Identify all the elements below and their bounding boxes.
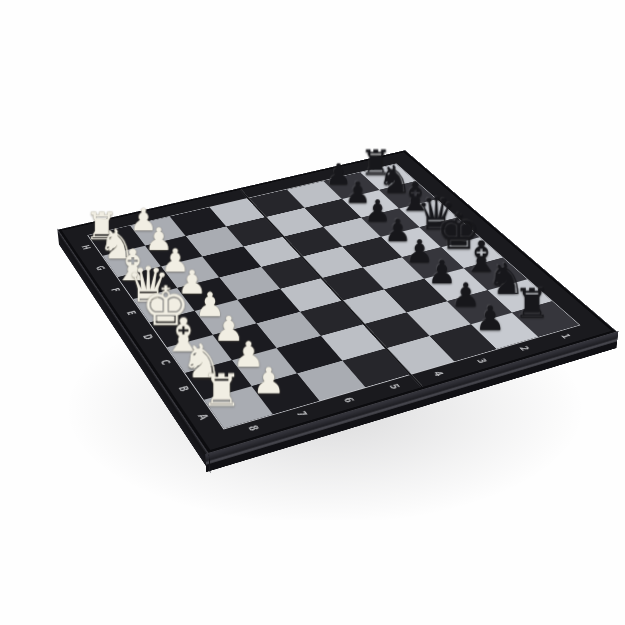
chess-board-scene: ♜♞♝♛♚♝♞♜♟♟♟♟♟♟♟♟♟♟♟♟♟♟♟♟♜♞♝♛♚♝♞♜ HGFEDCB… <box>58 151 616 453</box>
piece-white-rook[interactable]: ♜ <box>196 369 248 411</box>
piece-white-pawn[interactable]: ♟ <box>244 364 296 398</box>
piece-black-pawn[interactable]: ♟ <box>466 302 515 334</box>
perspective-wrapper: ♜♞♝♛♚♝♞♜♟♟♟♟♟♟♟♟♟♟♟♟♟♟♟♟♜♞♝♛♚♝♞♜ HGFEDCB… <box>0 0 625 625</box>
chess-board-frame: ♜♞♝♛♚♝♞♜♟♟♟♟♟♟♟♟♟♟♟♟♟♟♟♟♜♞♝♛♚♝♞♜ HGFEDCB… <box>58 151 616 453</box>
piece-black-rook[interactable]: ♜ <box>508 284 556 323</box>
product-photo: ♜♞♝♛♚♝♞♜♟♟♟♟♟♟♟♟♟♟♟♟♟♟♟♟♜♞♝♛♚♝♞♜ HGFEDCB… <box>0 0 625 625</box>
